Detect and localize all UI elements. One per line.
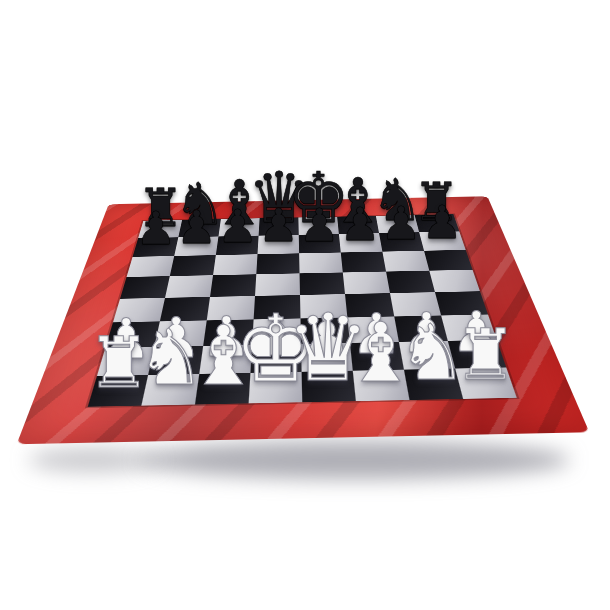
- square-h6: [424, 250, 473, 271]
- square-g2: [399, 341, 455, 370]
- square-g5: [386, 271, 435, 293]
- chess-board: [88, 214, 517, 406]
- square-h7: [419, 231, 466, 250]
- square-a5: [120, 276, 170, 299]
- square-a2: [97, 347, 154, 376]
- square-g7: [379, 232, 424, 251]
- square-b1: [141, 374, 199, 406]
- square-f8: [337, 216, 379, 234]
- square-e1: [302, 371, 356, 403]
- square-f7: [339, 233, 383, 252]
- square-a3: [105, 321, 160, 348]
- mat-shadow-left: [28, 448, 158, 472]
- square-e7: [299, 234, 341, 253]
- square-b7: [174, 236, 218, 256]
- square-d1: [249, 372, 303, 404]
- square-f2: [350, 342, 404, 371]
- square-a1: [88, 375, 148, 407]
- square-f4: [345, 293, 394, 317]
- garden-chess-photo: ♜︎♞︎♝︎♛︎♚︎♝︎♞︎♜︎♟︎♟︎♟︎♟︎♟︎♟︎♟︎♟︎♟︎♟︎♟︎♟︎…: [0, 0, 610, 610]
- square-c2: [199, 345, 252, 374]
- square-g1: [404, 369, 463, 400]
- square-d4: [254, 295, 301, 319]
- square-f5: [343, 272, 390, 294]
- square-d6: [256, 253, 299, 274]
- square-b2: [148, 346, 203, 375]
- square-g4: [390, 292, 441, 316]
- square-g3: [394, 315, 448, 341]
- square-d2: [250, 344, 301, 373]
- square-f3: [347, 316, 399, 342]
- square-a6: [127, 256, 175, 277]
- square-d3: [252, 318, 301, 345]
- square-e5: [300, 272, 345, 295]
- square-c6: [213, 254, 257, 275]
- square-g6: [382, 251, 429, 272]
- square-a7: [133, 237, 179, 257]
- square-e3: [300, 317, 349, 343]
- square-d8: [259, 218, 299, 236]
- square-f1: [353, 370, 410, 402]
- square-c5: [210, 274, 256, 297]
- square-h2: [448, 340, 506, 369]
- square-h5: [429, 270, 480, 292]
- chess-mat: [17, 196, 590, 444]
- square-c8: [218, 218, 259, 236]
- square-c1: [195, 373, 250, 405]
- square-h4: [435, 291, 488, 315]
- square-h8: [415, 214, 460, 232]
- square-b8: [178, 219, 221, 237]
- square-a4: [113, 298, 165, 323]
- square-e2: [301, 343, 353, 372]
- square-f6: [341, 252, 386, 273]
- square-b3: [154, 320, 207, 347]
- square-b4: [160, 297, 210, 321]
- square-h1: [455, 367, 517, 398]
- square-e4: [300, 294, 347, 318]
- square-e6: [299, 252, 343, 273]
- square-b6: [170, 255, 216, 276]
- square-a8: [138, 220, 182, 238]
- square-c4: [207, 296, 255, 320]
- square-h3: [441, 315, 497, 341]
- square-d5: [255, 273, 300, 296]
- square-g8: [376, 215, 419, 233]
- square-c3: [203, 319, 253, 346]
- square-e8: [298, 217, 339, 235]
- mat-shadow: [140, 441, 570, 479]
- square-b5: [165, 275, 213, 298]
- square-d7: [257, 235, 299, 254]
- square-c7: [216, 236, 259, 255]
